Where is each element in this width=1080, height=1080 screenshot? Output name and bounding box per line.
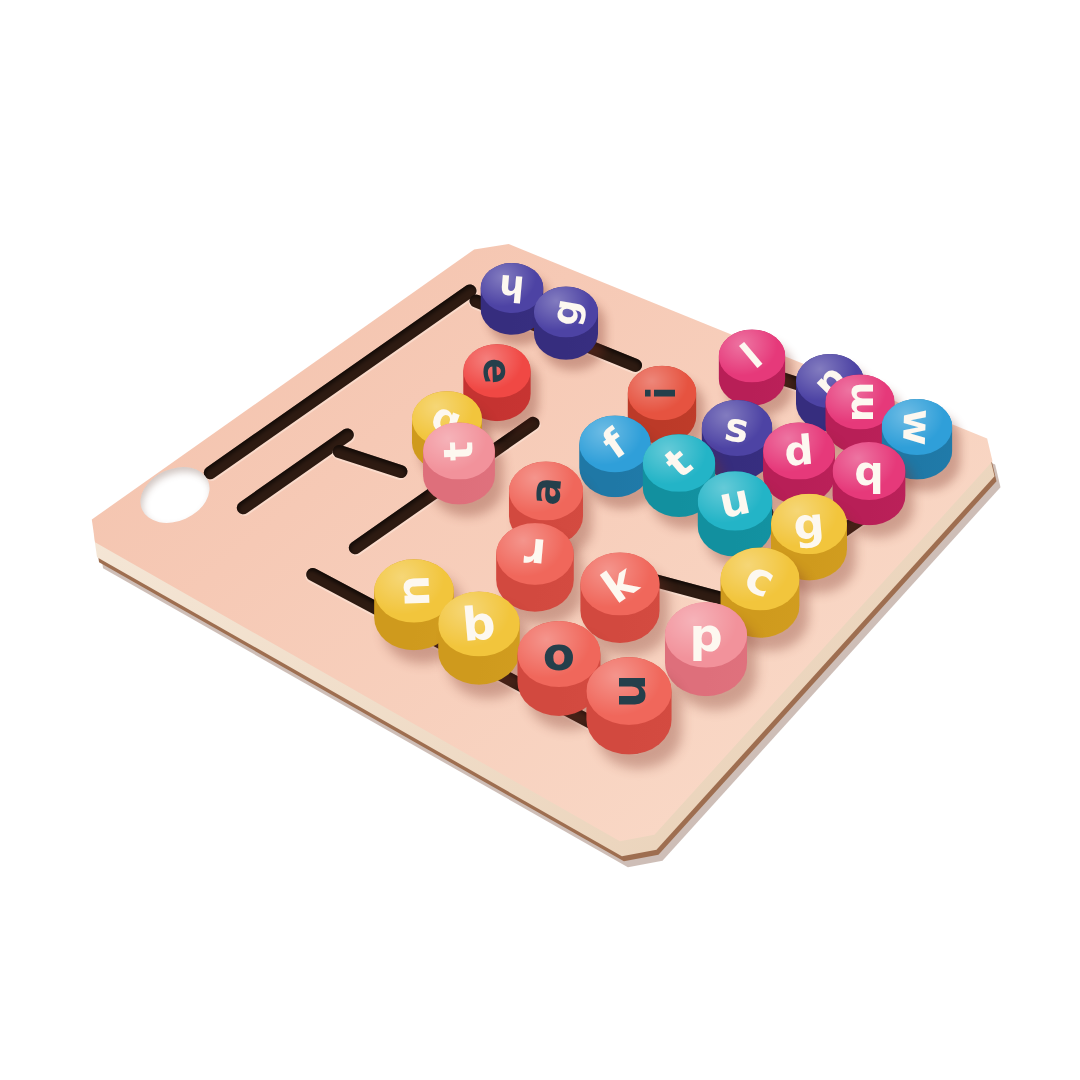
tile-letter: k — [595, 557, 645, 611]
tile-f-blue[interactable]: f — [579, 416, 651, 498]
tile-letter: h — [498, 269, 526, 307]
tile-top-face: e — [463, 344, 530, 398]
tile-letter: b — [461, 600, 498, 649]
tile-top-face: p — [665, 602, 747, 667]
tile-letter: i — [643, 386, 682, 399]
tile-letter: a — [524, 475, 568, 507]
tile-letter: u — [716, 477, 754, 524]
tile-top-face: g — [534, 286, 598, 337]
tile-letter: n — [391, 574, 437, 608]
tile-top-face: r — [496, 523, 574, 585]
tile-letter: c — [739, 553, 782, 605]
tile-letter: f — [596, 422, 634, 465]
tile-top-face: u — [586, 657, 671, 725]
tile-letter: u — [605, 674, 653, 708]
tile-top-face: k — [580, 552, 659, 615]
tile-top-face: g — [771, 494, 847, 554]
tile-letter: q — [854, 450, 883, 491]
tile-top-face: d — [763, 422, 835, 479]
tile-top-face: a — [509, 462, 583, 521]
tile-b-yellow[interactable]: b — [438, 592, 520, 685]
tile-p-rose[interactable]: p — [665, 602, 747, 696]
tile-top-face: t — [423, 422, 495, 479]
tile-u-teal[interactable]: u — [698, 471, 773, 556]
tile-letter: s — [722, 406, 752, 449]
tile-letter: o — [543, 631, 575, 678]
tile-g-indigo[interactable]: g — [534, 286, 598, 359]
tile-top-face: l — [719, 330, 786, 383]
tile-letter: r — [522, 531, 547, 577]
tile-top-face: u — [698, 471, 773, 530]
tile-u-coral[interactable]: u — [586, 657, 671, 754]
tile-d-magenta[interactable]: d — [763, 422, 835, 504]
tile-top-face: i — [628, 366, 697, 421]
tile-letter: g — [546, 296, 586, 328]
tile-top-face: c — [720, 548, 799, 611]
tile-letter: e — [478, 357, 517, 384]
tile-letter: m — [840, 382, 879, 423]
tile-top-face: f — [579, 416, 651, 473]
tile-l-magenta[interactable]: l — [719, 330, 786, 406]
tile-letter: g — [792, 501, 826, 546]
tile-letter: d — [783, 430, 815, 473]
tile-top-face: b — [438, 592, 520, 657]
tile-letter: p — [689, 612, 722, 658]
scene: hglepimqwsftdtqaugrcknbpou — [0, 0, 1080, 1080]
tile-letter: t — [658, 441, 699, 485]
tile-t-rose[interactable]: t — [423, 422, 495, 504]
tile-letter: t — [438, 441, 479, 462]
tile-letter: l — [735, 337, 769, 374]
tile-letter: w — [896, 408, 937, 446]
tile-top-face: q — [832, 442, 905, 500]
